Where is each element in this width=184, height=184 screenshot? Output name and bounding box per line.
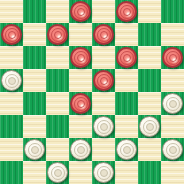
board-square-r2c6[interactable] (138, 46, 161, 69)
board-square-r4c7[interactable] (161, 92, 184, 115)
board-square-r6c2[interactable] (46, 138, 69, 161)
board-square-r7c5[interactable] (115, 161, 138, 184)
board-square-r7c7[interactable] (161, 161, 184, 184)
white-man-piece[interactable] (93, 162, 114, 183)
board-square-r7c6[interactable] (138, 161, 161, 184)
board-square-r1c2[interactable] (46, 23, 69, 46)
board-square-r0c0[interactable] (0, 0, 23, 23)
board-square-r2c7[interactable] (161, 46, 184, 69)
white-man-piece[interactable] (116, 139, 137, 160)
board-square-r7c3[interactable] (69, 161, 92, 184)
board-square-r2c5[interactable] (115, 46, 138, 69)
board-square-r0c2[interactable] (46, 0, 69, 23)
board-square-r2c2[interactable] (46, 46, 69, 69)
board-square-r7c0[interactable] (0, 161, 23, 184)
board-square-r5c2[interactable] (46, 115, 69, 138)
white-man-piece[interactable] (162, 93, 183, 114)
board-square-r5c7[interactable] (161, 115, 184, 138)
board-square-r0c5[interactable] (115, 0, 138, 23)
board-square-r7c2[interactable] (46, 161, 69, 184)
red-man-piece[interactable] (162, 47, 183, 68)
board-square-r5c0[interactable] (0, 115, 23, 138)
board-square-r3c2[interactable] (46, 69, 69, 92)
board-square-r5c3[interactable] (69, 115, 92, 138)
white-man-piece[interactable] (24, 139, 45, 160)
board-square-r0c6[interactable] (138, 0, 161, 23)
board-square-r6c7[interactable] (161, 138, 184, 161)
white-man-piece[interactable] (70, 139, 91, 160)
board-square-r3c7[interactable] (161, 69, 184, 92)
white-man-piece[interactable] (47, 162, 68, 183)
board-square-r2c3[interactable] (69, 46, 92, 69)
red-man-piece[interactable] (116, 1, 137, 22)
board-square-r4c0[interactable] (0, 92, 23, 115)
board-square-r0c4[interactable] (92, 0, 115, 23)
board-square-r1c0[interactable] (0, 23, 23, 46)
board-square-r5c4[interactable] (92, 115, 115, 138)
board-square-r1c3[interactable] (69, 23, 92, 46)
board-square-r6c5[interactable] (115, 138, 138, 161)
board-square-r5c5[interactable] (115, 115, 138, 138)
board-square-r1c6[interactable] (138, 23, 161, 46)
board-square-r3c0[interactable] (0, 69, 23, 92)
red-man-piece[interactable] (93, 70, 114, 91)
board-square-r6c3[interactable] (69, 138, 92, 161)
board-square-r4c1[interactable] (23, 92, 46, 115)
board-square-r4c4[interactable] (92, 92, 115, 115)
red-man-piece[interactable] (47, 24, 68, 45)
board-square-r1c4[interactable] (92, 23, 115, 46)
board-square-r7c4[interactable] (92, 161, 115, 184)
board-square-r4c3[interactable] (69, 92, 92, 115)
red-man-piece[interactable] (70, 93, 91, 114)
white-man-piece[interactable] (93, 116, 114, 137)
board-square-r2c0[interactable] (0, 46, 23, 69)
board-square-r6c6[interactable] (138, 138, 161, 161)
board-square-r6c4[interactable] (92, 138, 115, 161)
white-man-piece[interactable] (162, 139, 183, 160)
red-man-piece[interactable] (70, 1, 91, 22)
board-square-r0c7[interactable] (161, 0, 184, 23)
board-square-r0c1[interactable] (23, 0, 46, 23)
board-square-r7c1[interactable] (23, 161, 46, 184)
board-square-r1c1[interactable] (23, 23, 46, 46)
board-square-r5c6[interactable] (138, 115, 161, 138)
board-square-r3c3[interactable] (69, 69, 92, 92)
checkers-board (0, 0, 184, 184)
board-square-r1c5[interactable] (115, 23, 138, 46)
board-square-r3c4[interactable] (92, 69, 115, 92)
white-man-piece[interactable] (1, 70, 22, 91)
board-square-r4c2[interactable] (46, 92, 69, 115)
board-square-r2c1[interactable] (23, 46, 46, 69)
board-square-r6c1[interactable] (23, 138, 46, 161)
board-square-r6c0[interactable] (0, 138, 23, 161)
board-square-r3c1[interactable] (23, 69, 46, 92)
board-square-r5c1[interactable] (23, 115, 46, 138)
red-man-piece[interactable] (116, 47, 137, 68)
board-square-r2c4[interactable] (92, 46, 115, 69)
red-man-piece[interactable] (93, 24, 114, 45)
red-man-piece[interactable] (1, 24, 22, 45)
white-man-piece[interactable] (139, 116, 160, 137)
board-square-r3c6[interactable] (138, 69, 161, 92)
board-square-r3c5[interactable] (115, 69, 138, 92)
board-square-r4c5[interactable] (115, 92, 138, 115)
red-man-piece[interactable] (70, 47, 91, 68)
board-square-r0c3[interactable] (69, 0, 92, 23)
board-square-r4c6[interactable] (138, 92, 161, 115)
board-square-r1c7[interactable] (161, 23, 184, 46)
